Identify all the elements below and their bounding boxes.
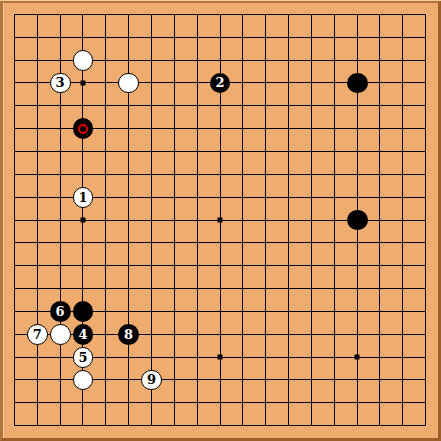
intersection[interactable] xyxy=(369,414,392,437)
intersection[interactable] xyxy=(72,391,95,414)
intersection[interactable] xyxy=(300,117,323,140)
intersection[interactable] xyxy=(391,49,414,72)
intersection[interactable] xyxy=(231,163,254,186)
intersection[interactable] xyxy=(26,346,49,369)
intersection[interactable] xyxy=(49,254,72,277)
intersection[interactable] xyxy=(369,231,392,254)
intersection[interactable] xyxy=(117,117,140,140)
intersection[interactable] xyxy=(346,49,369,72)
intersection[interactable] xyxy=(163,72,186,95)
intersection[interactable] xyxy=(163,391,186,414)
intersection[interactable] xyxy=(414,140,437,163)
intersection[interactable] xyxy=(209,346,232,369)
intersection[interactable] xyxy=(94,254,117,277)
intersection[interactable] xyxy=(323,3,346,26)
intersection[interactable] xyxy=(163,3,186,26)
intersection[interactable] xyxy=(254,163,277,186)
intersection[interactable] xyxy=(3,140,26,163)
intersection[interactable] xyxy=(323,72,346,95)
intersection[interactable] xyxy=(254,369,277,392)
intersection[interactable]: 6 xyxy=(49,300,72,323)
intersection[interactable] xyxy=(391,209,414,232)
intersection[interactable] xyxy=(72,163,95,186)
intersection[interactable] xyxy=(94,26,117,49)
intersection[interactable] xyxy=(277,117,300,140)
intersection[interactable] xyxy=(300,140,323,163)
intersection[interactable] xyxy=(140,300,163,323)
intersection[interactable] xyxy=(323,140,346,163)
intersection[interactable] xyxy=(117,26,140,49)
intersection[interactable] xyxy=(231,369,254,392)
intersection[interactable] xyxy=(140,26,163,49)
intersection[interactable] xyxy=(26,277,49,300)
intersection[interactable] xyxy=(277,72,300,95)
white-stone[interactable]: 9 xyxy=(141,370,162,391)
intersection[interactable] xyxy=(254,72,277,95)
intersection[interactable] xyxy=(277,369,300,392)
intersection[interactable] xyxy=(346,209,369,232)
intersection[interactable] xyxy=(254,254,277,277)
white-stone[interactable]: 3 xyxy=(50,73,71,94)
intersection[interactable] xyxy=(231,117,254,140)
intersection[interactable] xyxy=(94,140,117,163)
intersection[interactable] xyxy=(49,277,72,300)
intersection[interactable] xyxy=(414,26,437,49)
intersection[interactable] xyxy=(209,26,232,49)
intersection[interactable] xyxy=(346,414,369,437)
intersection[interactable] xyxy=(300,346,323,369)
intersection[interactable] xyxy=(254,49,277,72)
intersection[interactable] xyxy=(163,140,186,163)
intersection[interactable] xyxy=(300,254,323,277)
intersection[interactable] xyxy=(231,72,254,95)
intersection[interactable]: 4 xyxy=(72,323,95,346)
intersection[interactable] xyxy=(300,231,323,254)
intersection[interactable] xyxy=(94,277,117,300)
intersection[interactable] xyxy=(186,323,209,346)
intersection[interactable] xyxy=(72,49,95,72)
intersection[interactable] xyxy=(254,300,277,323)
intersection[interactable] xyxy=(186,391,209,414)
intersection[interactable] xyxy=(163,277,186,300)
intersection[interactable] xyxy=(3,391,26,414)
intersection[interactable] xyxy=(300,391,323,414)
intersection[interactable] xyxy=(117,300,140,323)
intersection[interactable] xyxy=(140,3,163,26)
intersection[interactable] xyxy=(323,277,346,300)
intersection[interactable] xyxy=(186,277,209,300)
intersection[interactable] xyxy=(323,231,346,254)
intersection[interactable] xyxy=(163,300,186,323)
intersection[interactable] xyxy=(254,323,277,346)
intersection[interactable] xyxy=(94,300,117,323)
intersection[interactable] xyxy=(117,94,140,117)
intersection[interactable] xyxy=(277,163,300,186)
intersection[interactable] xyxy=(26,369,49,392)
black-stone[interactable]: 8 xyxy=(118,324,139,345)
intersection[interactable] xyxy=(94,3,117,26)
intersection[interactable] xyxy=(163,163,186,186)
intersection[interactable] xyxy=(26,300,49,323)
intersection[interactable] xyxy=(323,94,346,117)
intersection[interactable] xyxy=(26,391,49,414)
intersection[interactable] xyxy=(94,72,117,95)
intersection[interactable]: 7 xyxy=(26,323,49,346)
intersection[interactable] xyxy=(209,94,232,117)
intersection[interactable] xyxy=(186,72,209,95)
intersection[interactable] xyxy=(277,300,300,323)
intersection[interactable] xyxy=(186,254,209,277)
intersection[interactable] xyxy=(163,49,186,72)
intersection[interactable] xyxy=(369,117,392,140)
intersection[interactable] xyxy=(300,94,323,117)
intersection[interactable]: 3 xyxy=(49,72,72,95)
intersection[interactable] xyxy=(49,117,72,140)
black-stone[interactable] xyxy=(347,73,368,94)
intersection[interactable] xyxy=(94,369,117,392)
intersection[interactable] xyxy=(72,209,95,232)
intersection[interactable] xyxy=(346,277,369,300)
intersection[interactable] xyxy=(117,186,140,209)
intersection[interactable] xyxy=(277,26,300,49)
intersection[interactable] xyxy=(209,277,232,300)
intersection[interactable] xyxy=(369,346,392,369)
intersection[interactable] xyxy=(323,26,346,49)
intersection[interactable] xyxy=(117,414,140,437)
intersection[interactable] xyxy=(94,163,117,186)
intersection[interactable] xyxy=(209,369,232,392)
intersection[interactable] xyxy=(414,3,437,26)
intersection[interactable] xyxy=(186,140,209,163)
intersection[interactable] xyxy=(72,94,95,117)
intersection[interactable] xyxy=(117,72,140,95)
intersection[interactable] xyxy=(323,300,346,323)
intersection[interactable] xyxy=(49,231,72,254)
intersection[interactable] xyxy=(26,163,49,186)
intersection[interactable] xyxy=(346,300,369,323)
intersection[interactable] xyxy=(3,209,26,232)
intersection[interactable] xyxy=(391,254,414,277)
black-stone[interactable]: 4 xyxy=(73,324,94,345)
intersection[interactable] xyxy=(231,346,254,369)
intersection[interactable] xyxy=(323,346,346,369)
intersection[interactable] xyxy=(140,414,163,437)
intersection[interactable] xyxy=(94,231,117,254)
intersection[interactable] xyxy=(49,94,72,117)
intersection[interactable] xyxy=(26,72,49,95)
intersection[interactable] xyxy=(72,254,95,277)
intersection[interactable] xyxy=(391,3,414,26)
intersection[interactable] xyxy=(391,163,414,186)
intersection[interactable] xyxy=(117,140,140,163)
intersection[interactable] xyxy=(72,277,95,300)
intersection[interactable] xyxy=(186,231,209,254)
intersection[interactable] xyxy=(323,209,346,232)
intersection[interactable] xyxy=(414,49,437,72)
intersection[interactable] xyxy=(3,117,26,140)
intersection[interactable] xyxy=(72,140,95,163)
intersection[interactable] xyxy=(163,323,186,346)
intersection[interactable] xyxy=(26,254,49,277)
intersection[interactable] xyxy=(26,49,49,72)
intersection[interactable] xyxy=(231,140,254,163)
intersection[interactable] xyxy=(277,3,300,26)
intersection[interactable] xyxy=(300,186,323,209)
intersection[interactable] xyxy=(391,140,414,163)
intersection[interactable] xyxy=(414,346,437,369)
intersection[interactable] xyxy=(346,369,369,392)
intersection[interactable] xyxy=(140,391,163,414)
intersection[interactable] xyxy=(391,277,414,300)
intersection[interactable] xyxy=(391,117,414,140)
intersection[interactable] xyxy=(163,414,186,437)
intersection[interactable] xyxy=(323,323,346,346)
intersection[interactable] xyxy=(140,186,163,209)
white-stone[interactable]: 7 xyxy=(27,324,48,345)
intersection[interactable] xyxy=(300,414,323,437)
intersection[interactable] xyxy=(26,26,49,49)
intersection[interactable] xyxy=(3,300,26,323)
intersection[interactable] xyxy=(209,49,232,72)
black-stone[interactable]: 6 xyxy=(50,301,71,322)
intersection[interactable] xyxy=(300,26,323,49)
intersection[interactable] xyxy=(163,26,186,49)
intersection[interactable] xyxy=(3,163,26,186)
intersection[interactable] xyxy=(94,391,117,414)
intersection[interactable] xyxy=(391,369,414,392)
intersection[interactable] xyxy=(49,163,72,186)
intersection[interactable] xyxy=(277,277,300,300)
intersection[interactable] xyxy=(26,414,49,437)
intersection[interactable] xyxy=(414,300,437,323)
intersection[interactable] xyxy=(254,346,277,369)
intersection[interactable] xyxy=(277,94,300,117)
intersection[interactable] xyxy=(186,186,209,209)
intersection[interactable] xyxy=(346,26,369,49)
intersection[interactable] xyxy=(323,391,346,414)
intersection[interactable] xyxy=(117,346,140,369)
intersection[interactable] xyxy=(369,140,392,163)
intersection[interactable] xyxy=(414,209,437,232)
intersection[interactable] xyxy=(369,72,392,95)
white-stone[interactable]: 5 xyxy=(73,347,94,368)
intersection[interactable] xyxy=(369,323,392,346)
intersection[interactable] xyxy=(254,231,277,254)
intersection[interactable] xyxy=(72,300,95,323)
intersection[interactable] xyxy=(414,369,437,392)
intersection[interactable] xyxy=(140,163,163,186)
black-stone[interactable] xyxy=(73,301,94,322)
intersection[interactable] xyxy=(231,254,254,277)
intersection[interactable] xyxy=(254,209,277,232)
intersection[interactable] xyxy=(346,254,369,277)
intersection[interactable] xyxy=(49,26,72,49)
intersection[interactable] xyxy=(209,3,232,26)
intersection[interactable] xyxy=(3,186,26,209)
intersection[interactable] xyxy=(72,117,95,140)
intersection[interactable] xyxy=(186,26,209,49)
intersection[interactable] xyxy=(300,300,323,323)
intersection[interactable] xyxy=(414,163,437,186)
intersection[interactable] xyxy=(3,277,26,300)
white-stone[interactable] xyxy=(118,73,139,94)
intersection[interactable] xyxy=(94,346,117,369)
intersection[interactable] xyxy=(231,209,254,232)
intersection[interactable] xyxy=(49,49,72,72)
intersection[interactable] xyxy=(186,117,209,140)
intersection[interactable] xyxy=(391,26,414,49)
intersection[interactable] xyxy=(300,72,323,95)
intersection[interactable] xyxy=(369,94,392,117)
white-stone[interactable] xyxy=(73,50,94,71)
intersection[interactable] xyxy=(94,117,117,140)
intersection[interactable] xyxy=(140,346,163,369)
intersection[interactable] xyxy=(369,369,392,392)
intersection[interactable]: 9 xyxy=(140,369,163,392)
intersection[interactable] xyxy=(140,254,163,277)
intersection[interactable] xyxy=(391,94,414,117)
intersection[interactable] xyxy=(369,391,392,414)
intersection[interactable] xyxy=(117,254,140,277)
intersection[interactable] xyxy=(391,323,414,346)
black-stone[interactable] xyxy=(347,210,368,231)
intersection[interactable] xyxy=(300,49,323,72)
intersection[interactable] xyxy=(3,231,26,254)
intersection[interactable] xyxy=(94,209,117,232)
intersection[interactable] xyxy=(49,140,72,163)
intersection[interactable] xyxy=(254,117,277,140)
intersection[interactable] xyxy=(209,414,232,437)
intersection[interactable] xyxy=(414,323,437,346)
intersection[interactable] xyxy=(277,346,300,369)
intersection[interactable] xyxy=(346,163,369,186)
intersection[interactable] xyxy=(231,277,254,300)
black-stone[interactable] xyxy=(73,118,94,139)
intersection[interactable] xyxy=(277,49,300,72)
intersection[interactable] xyxy=(186,300,209,323)
intersection[interactable] xyxy=(209,391,232,414)
intersection[interactable] xyxy=(346,3,369,26)
intersection[interactable] xyxy=(3,49,26,72)
intersection[interactable] xyxy=(3,254,26,277)
intersection[interactable] xyxy=(277,209,300,232)
intersection[interactable] xyxy=(346,323,369,346)
intersection[interactable] xyxy=(277,186,300,209)
intersection[interactable] xyxy=(369,277,392,300)
intersection[interactable] xyxy=(231,391,254,414)
intersection[interactable] xyxy=(26,117,49,140)
intersection[interactable]: 5 xyxy=(72,346,95,369)
intersection[interactable] xyxy=(254,3,277,26)
intersection[interactable] xyxy=(414,94,437,117)
intersection[interactable] xyxy=(414,72,437,95)
intersection[interactable] xyxy=(277,231,300,254)
intersection[interactable] xyxy=(391,300,414,323)
intersection[interactable] xyxy=(94,323,117,346)
intersection[interactable] xyxy=(300,277,323,300)
intersection[interactable] xyxy=(117,3,140,26)
intersection[interactable] xyxy=(117,209,140,232)
intersection[interactable] xyxy=(209,323,232,346)
intersection[interactable] xyxy=(140,49,163,72)
intersection[interactable] xyxy=(231,231,254,254)
intersection[interactable] xyxy=(254,414,277,437)
intersection[interactable] xyxy=(231,94,254,117)
intersection[interactable] xyxy=(414,186,437,209)
intersection[interactable] xyxy=(209,117,232,140)
intersection[interactable] xyxy=(323,186,346,209)
white-stone[interactable]: 1 xyxy=(73,187,94,208)
intersection[interactable] xyxy=(140,323,163,346)
intersection[interactable] xyxy=(277,391,300,414)
intersection[interactable]: 2 xyxy=(209,72,232,95)
intersection[interactable] xyxy=(49,209,72,232)
intersection[interactable] xyxy=(140,94,163,117)
intersection[interactable] xyxy=(231,3,254,26)
intersection[interactable] xyxy=(369,3,392,26)
intersection[interactable] xyxy=(140,231,163,254)
intersection[interactable] xyxy=(346,231,369,254)
intersection[interactable] xyxy=(369,209,392,232)
intersection[interactable] xyxy=(300,3,323,26)
intersection[interactable] xyxy=(94,49,117,72)
intersection[interactable] xyxy=(3,94,26,117)
intersection[interactable] xyxy=(323,163,346,186)
intersection[interactable] xyxy=(209,186,232,209)
intersection[interactable] xyxy=(117,369,140,392)
intersection[interactable] xyxy=(391,186,414,209)
intersection[interactable] xyxy=(346,72,369,95)
intersection[interactable] xyxy=(277,140,300,163)
intersection[interactable] xyxy=(391,346,414,369)
intersection[interactable] xyxy=(72,369,95,392)
intersection[interactable] xyxy=(94,94,117,117)
black-stone[interactable]: 2 xyxy=(210,73,231,94)
intersection[interactable] xyxy=(300,323,323,346)
intersection[interactable] xyxy=(26,186,49,209)
intersection[interactable] xyxy=(186,49,209,72)
intersection[interactable] xyxy=(72,72,95,95)
intersection[interactable] xyxy=(231,49,254,72)
intersection[interactable] xyxy=(163,186,186,209)
intersection[interactable] xyxy=(414,254,437,277)
intersection[interactable] xyxy=(346,346,369,369)
intersection[interactable] xyxy=(231,26,254,49)
intersection[interactable] xyxy=(254,186,277,209)
intersection[interactable] xyxy=(209,209,232,232)
intersection[interactable] xyxy=(3,3,26,26)
intersection[interactable] xyxy=(163,117,186,140)
intersection[interactable] xyxy=(163,231,186,254)
intersection[interactable] xyxy=(72,231,95,254)
intersection[interactable] xyxy=(72,414,95,437)
intersection[interactable] xyxy=(49,186,72,209)
intersection[interactable] xyxy=(231,186,254,209)
intersection[interactable] xyxy=(94,414,117,437)
intersection[interactable] xyxy=(323,254,346,277)
intersection[interactable] xyxy=(140,277,163,300)
intersection[interactable] xyxy=(163,369,186,392)
intersection[interactable] xyxy=(186,3,209,26)
intersection[interactable] xyxy=(49,3,72,26)
intersection[interactable] xyxy=(49,391,72,414)
intersection[interactable] xyxy=(163,254,186,277)
intersection[interactable] xyxy=(26,94,49,117)
intersection[interactable]: 8 xyxy=(117,323,140,346)
intersection[interactable] xyxy=(369,254,392,277)
intersection[interactable] xyxy=(277,254,300,277)
intersection[interactable] xyxy=(346,186,369,209)
